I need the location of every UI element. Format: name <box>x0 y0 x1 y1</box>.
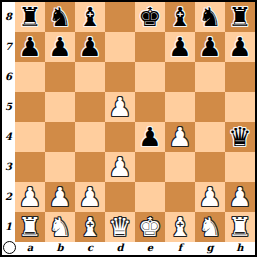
square-b2[interactable]: ♟ <box>45 182 75 212</box>
white-pawn: ♟ <box>108 152 131 182</box>
file-labels-gutter: abcdefgh <box>15 242 255 255</box>
white-king: ♚ <box>138 212 161 242</box>
black-pawn: ♟ <box>168 32 191 62</box>
white-pawn: ♟ <box>228 182 251 212</box>
black-pawn: ♟ <box>228 32 251 62</box>
black-pawn: ♟ <box>78 32 101 62</box>
square-b1[interactable]: ♞ <box>45 212 75 242</box>
square-g1[interactable]: ♞ <box>195 212 225 242</box>
square-b7[interactable]: ♟ <box>45 32 75 62</box>
rank-label-6: 6 <box>2 62 15 92</box>
square-f2[interactable] <box>165 182 195 212</box>
white-pawn: ♟ <box>168 122 191 152</box>
file-label-f: f <box>165 242 195 255</box>
white-rook: ♜ <box>228 212 251 242</box>
square-a2[interactable]: ♟ <box>15 182 45 212</box>
square-e5[interactable] <box>135 92 165 122</box>
white-knight: ♞ <box>198 212 221 242</box>
square-c6[interactable] <box>75 62 105 92</box>
square-f8[interactable]: ♝ <box>165 2 195 32</box>
square-c3[interactable] <box>75 152 105 182</box>
square-f4[interactable]: ♟ <box>165 122 195 152</box>
white-pawn: ♟ <box>108 92 131 122</box>
square-e4[interactable]: ♟ <box>135 122 165 152</box>
white-pawn: ♟ <box>78 182 101 212</box>
black-pawn: ♟ <box>18 32 41 62</box>
square-g8[interactable]: ♞ <box>195 2 225 32</box>
square-e2[interactable] <box>135 182 165 212</box>
file-label-g: g <box>195 242 225 255</box>
square-c5[interactable] <box>75 92 105 122</box>
black-knight: ♞ <box>48 2 71 32</box>
file-label-d: d <box>105 242 135 255</box>
black-bishop: ♝ <box>168 2 191 32</box>
rank-label-5: 5 <box>2 92 15 122</box>
square-c7[interactable]: ♟ <box>75 32 105 62</box>
black-queen: ♛ <box>228 122 251 152</box>
square-b4[interactable] <box>45 122 75 152</box>
white-rook: ♜ <box>18 212 41 242</box>
black-pawn: ♟ <box>138 122 161 152</box>
square-h6[interactable] <box>225 62 255 92</box>
white-queen: ♛ <box>108 212 131 242</box>
white-pawn: ♟ <box>18 182 41 212</box>
white-bishop: ♝ <box>78 212 101 242</box>
square-a7[interactable]: ♟ <box>15 32 45 62</box>
rank-label-7: 7 <box>2 32 15 62</box>
square-f5[interactable] <box>165 92 195 122</box>
square-d1[interactable]: ♛ <box>105 212 135 242</box>
black-knight: ♞ <box>198 2 221 32</box>
square-d2[interactable] <box>105 182 135 212</box>
square-g3[interactable] <box>195 152 225 182</box>
file-label-a: a <box>15 242 45 255</box>
square-e8[interactable]: ♚ <box>135 2 165 32</box>
square-d7[interactable] <box>105 32 135 62</box>
square-c4[interactable] <box>75 122 105 152</box>
square-c2[interactable]: ♟ <box>75 182 105 212</box>
black-pawn: ♟ <box>198 32 221 62</box>
white-pawn: ♟ <box>48 182 71 212</box>
square-d6[interactable] <box>105 62 135 92</box>
square-d5[interactable]: ♟ <box>105 92 135 122</box>
black-bishop: ♝ <box>78 2 101 32</box>
square-h2[interactable]: ♟ <box>225 182 255 212</box>
file-label-b: b <box>45 242 75 255</box>
rank-label-4: 4 <box>2 122 15 152</box>
rank-label-1: 1 <box>2 212 15 242</box>
square-h8[interactable]: ♜ <box>225 2 255 32</box>
square-h7[interactable]: ♟ <box>225 32 255 62</box>
black-rook: ♜ <box>228 2 251 32</box>
rank-label-3: 3 <box>2 152 15 182</box>
square-h4[interactable]: ♛ <box>225 122 255 152</box>
square-d8[interactable] <box>105 2 135 32</box>
square-a5[interactable] <box>15 92 45 122</box>
square-d3[interactable]: ♟ <box>105 152 135 182</box>
square-f6[interactable] <box>165 62 195 92</box>
white-knight: ♞ <box>48 212 71 242</box>
square-e6[interactable] <box>135 62 165 92</box>
square-c1[interactable]: ♝ <box>75 212 105 242</box>
square-f3[interactable] <box>165 152 195 182</box>
black-pawn: ♟ <box>48 32 71 62</box>
square-e7[interactable] <box>135 32 165 62</box>
white-to-move-indicator <box>3 241 16 254</box>
square-g7[interactable]: ♟ <box>195 32 225 62</box>
rank-label-8: 8 <box>2 2 15 32</box>
square-g2[interactable]: ♟ <box>195 182 225 212</box>
file-label-c: c <box>75 242 105 255</box>
square-a4[interactable] <box>15 122 45 152</box>
white-bishop: ♝ <box>168 212 191 242</box>
black-king: ♚ <box>138 2 161 32</box>
square-b8[interactable]: ♞ <box>45 2 75 32</box>
square-a8[interactable]: ♜ <box>15 2 45 32</box>
square-g4[interactable] <box>195 122 225 152</box>
file-label-h: h <box>225 242 255 255</box>
file-label-e: e <box>135 242 165 255</box>
square-f1[interactable]: ♝ <box>165 212 195 242</box>
black-rook: ♜ <box>18 2 41 32</box>
board: ♜♞♝♚♝♞♜♟♟♟♟♟♟♟♟♟♛♟♟♟♟♟♟♜♞♝♛♚♝♞♜ <box>15 2 255 242</box>
square-e1[interactable]: ♚ <box>135 212 165 242</box>
square-b3[interactable] <box>45 152 75 182</box>
square-a1[interactable]: ♜ <box>15 212 45 242</box>
rank-labels-gutter: 87654321 <box>2 2 15 242</box>
square-a3[interactable] <box>15 152 45 182</box>
square-h5[interactable] <box>225 92 255 122</box>
square-h3[interactable] <box>225 152 255 182</box>
square-g6[interactable] <box>195 62 225 92</box>
square-g5[interactable] <box>195 92 225 122</box>
square-b5[interactable] <box>45 92 75 122</box>
square-a6[interactable] <box>15 62 45 92</box>
square-b6[interactable] <box>45 62 75 92</box>
rank-label-2: 2 <box>2 182 15 212</box>
square-c8[interactable]: ♝ <box>75 2 105 32</box>
square-h1[interactable]: ♜ <box>225 212 255 242</box>
chess-board-diagram: 87654321 ♜♞♝♚♝♞♜♟♟♟♟♟♟♟♟♟♛♟♟♟♟♟♟♜♞♝♛♚♝♞♜… <box>0 0 257 257</box>
white-pawn: ♟ <box>198 182 221 212</box>
square-d4[interactable] <box>105 122 135 152</box>
square-e3[interactable] <box>135 152 165 182</box>
square-f7[interactable]: ♟ <box>165 32 195 62</box>
